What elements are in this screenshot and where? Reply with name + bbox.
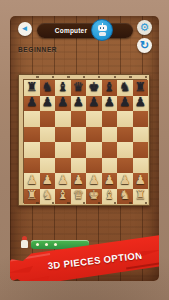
square-h4[interactable] bbox=[133, 142, 149, 158]
black-king-piece: ♚ bbox=[88, 81, 99, 94]
square-a3[interactable] bbox=[24, 158, 40, 174]
square-e6[interactable] bbox=[86, 111, 102, 127]
square-h2[interactable]: ♟ bbox=[133, 173, 149, 189]
square-b7[interactable]: ♟ bbox=[40, 96, 56, 112]
white-king-piece: ♚ bbox=[88, 189, 99, 202]
square-f2[interactable]: ♟ bbox=[102, 173, 118, 189]
square-c5[interactable] bbox=[55, 127, 71, 143]
white-knight-piece: ♞ bbox=[42, 189, 53, 202]
square-a2[interactable]: ♟ bbox=[24, 173, 40, 189]
square-c7[interactable]: ♟ bbox=[55, 96, 71, 112]
square-f3[interactable] bbox=[102, 158, 118, 174]
square-f8[interactable]: ♝ bbox=[102, 80, 118, 96]
black-rook-piece: ♜ bbox=[26, 81, 37, 94]
square-f5[interactable] bbox=[102, 127, 118, 143]
white-bishop-piece: ♝ bbox=[104, 189, 115, 202]
black-knight-piece: ♞ bbox=[119, 81, 130, 94]
promo-banner-text: 3D PIECES OPTION bbox=[47, 249, 143, 271]
square-b2[interactable]: ♟ bbox=[40, 173, 56, 189]
square-c6[interactable] bbox=[55, 111, 71, 127]
black-pawn-piece: ♟ bbox=[42, 96, 53, 109]
black-pawn-piece: ♟ bbox=[57, 96, 68, 109]
square-e5[interactable] bbox=[86, 127, 102, 143]
square-g7[interactable]: ♟ bbox=[117, 96, 133, 112]
square-d8[interactable]: ♛ bbox=[71, 80, 87, 96]
square-e2[interactable]: ♟ bbox=[86, 173, 102, 189]
square-a7[interactable]: ♟ bbox=[24, 96, 40, 112]
black-rook-piece: ♜ bbox=[135, 81, 146, 94]
white-pawn-piece: ♟ bbox=[26, 174, 37, 187]
white-pawn-piece: ♟ bbox=[42, 174, 53, 187]
square-e8[interactable]: ♚ bbox=[86, 80, 102, 96]
white-pawn-piece: ♟ bbox=[119, 174, 130, 187]
square-a8[interactable]: ♜ bbox=[24, 80, 40, 96]
square-g3[interactable] bbox=[117, 158, 133, 174]
square-h7[interactable]: ♟ bbox=[133, 96, 149, 112]
square-f4[interactable] bbox=[102, 142, 118, 158]
square-h3[interactable] bbox=[133, 158, 149, 174]
white-bishop-piece: ♝ bbox=[57, 189, 68, 202]
square-b4[interactable] bbox=[40, 142, 56, 158]
refresh-icon: ↻ bbox=[140, 40, 149, 51]
square-g6[interactable] bbox=[117, 111, 133, 127]
white-knight-piece: ♞ bbox=[119, 189, 130, 202]
black-pawn-piece: ♟ bbox=[73, 96, 84, 109]
square-b5[interactable] bbox=[40, 127, 56, 143]
difficulty-label: BEGINNER bbox=[18, 46, 57, 53]
square-g8[interactable]: ♞ bbox=[117, 80, 133, 96]
screenshot-stage: ◄ Computer ⚙ ↻ BEGINNER ♜♞♝♛♚♝♞♜♟♟♟♟♟♟♟♟ bbox=[0, 0, 169, 300]
white-queen-piece: ♛ bbox=[73, 189, 84, 202]
square-d2[interactable]: ♟ bbox=[71, 173, 87, 189]
square-h8[interactable]: ♜ bbox=[133, 80, 149, 96]
square-b6[interactable] bbox=[40, 111, 56, 127]
black-pawn-piece: ♟ bbox=[119, 96, 130, 109]
robot-face bbox=[97, 24, 108, 36]
opponent-pill[interactable]: Computer bbox=[37, 23, 133, 38]
black-pawn-piece: ♟ bbox=[135, 96, 146, 109]
white-pawn-piece: ♟ bbox=[73, 174, 84, 187]
black-queen-piece: ♛ bbox=[73, 81, 84, 94]
white-pawn-piece: ♟ bbox=[135, 174, 146, 187]
white-rook-piece: ♜ bbox=[26, 189, 37, 202]
square-g2[interactable]: ♟ bbox=[117, 173, 133, 189]
black-pawn-piece: ♟ bbox=[88, 96, 99, 109]
square-c8[interactable]: ♝ bbox=[55, 80, 71, 96]
square-b8[interactable]: ♞ bbox=[40, 80, 56, 96]
black-bishop-piece: ♝ bbox=[57, 81, 68, 94]
square-a4[interactable] bbox=[24, 142, 40, 158]
square-b3[interactable] bbox=[40, 158, 56, 174]
frame-marks-top bbox=[23, 76, 147, 78]
back-button[interactable]: ◄ bbox=[18, 22, 32, 36]
chess-board-frame: ♜♞♝♛♚♝♞♜♟♟♟♟♟♟♟♟♟♟♟♟♟♟♟♟♜♞♝♛♚♝♞♜ bbox=[18, 74, 150, 206]
square-c2[interactable]: ♟ bbox=[55, 173, 71, 189]
piece-style-thumbnail[interactable] bbox=[20, 236, 29, 248]
square-c3[interactable] bbox=[55, 158, 71, 174]
white-pawn-piece: ♟ bbox=[88, 174, 99, 187]
square-e7[interactable]: ♟ bbox=[86, 96, 102, 112]
square-c4[interactable] bbox=[55, 142, 71, 158]
square-h5[interactable] bbox=[133, 127, 149, 143]
square-a6[interactable] bbox=[24, 111, 40, 127]
black-knight-piece: ♞ bbox=[42, 81, 53, 94]
black-pawn-piece: ♟ bbox=[104, 96, 115, 109]
square-d6[interactable] bbox=[71, 111, 87, 127]
gear-icon: ⚙ bbox=[140, 22, 150, 33]
flip-board-button[interactable]: ↻ bbox=[137, 38, 152, 53]
robot-avatar-icon bbox=[91, 19, 113, 41]
app-screen: ◄ Computer ⚙ ↻ BEGINNER ♜♞♝♛♚♝♞♜♟♟♟♟♟♟♟♟ bbox=[10, 16, 159, 281]
black-pawn-piece: ♟ bbox=[26, 96, 37, 109]
settings-button[interactable]: ⚙ bbox=[137, 20, 152, 35]
square-a5[interactable] bbox=[24, 127, 40, 143]
square-e4[interactable] bbox=[86, 142, 102, 158]
square-f6[interactable] bbox=[102, 111, 118, 127]
black-bishop-piece: ♝ bbox=[104, 81, 115, 94]
white-pawn-piece: ♟ bbox=[57, 174, 68, 187]
arrow-left-icon: ◄ bbox=[21, 25, 29, 33]
chess-board: ♜♞♝♛♚♝♞♜♟♟♟♟♟♟♟♟♟♟♟♟♟♟♟♟♜♞♝♛♚♝♞♜ bbox=[23, 79, 147, 203]
square-g5[interactable] bbox=[117, 127, 133, 143]
square-h6[interactable] bbox=[133, 111, 149, 127]
square-g4[interactable] bbox=[117, 142, 133, 158]
frame-marks-bottom bbox=[23, 202, 147, 204]
square-d5[interactable] bbox=[71, 127, 87, 143]
white-pawn-piece: ♟ bbox=[104, 174, 115, 187]
square-d7[interactable]: ♟ bbox=[71, 96, 87, 112]
square-d4[interactable] bbox=[71, 142, 87, 158]
square-e3[interactable] bbox=[86, 158, 102, 174]
square-f7[interactable]: ♟ bbox=[102, 96, 118, 112]
square-d3[interactable] bbox=[71, 158, 87, 174]
white-rook-piece: ♜ bbox=[135, 189, 146, 202]
